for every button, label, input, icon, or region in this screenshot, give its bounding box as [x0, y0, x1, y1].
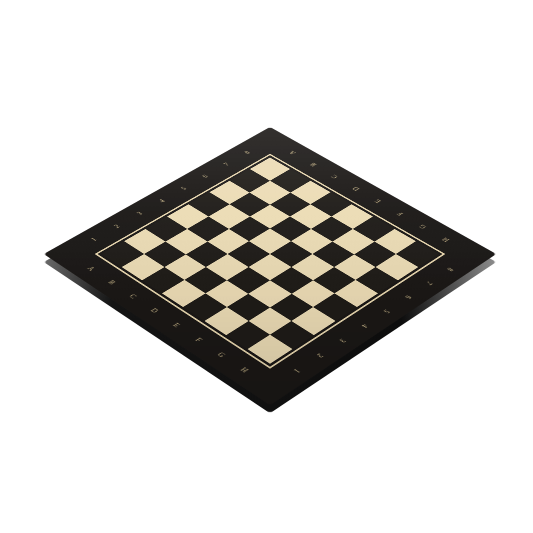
- rank-label-right-4: 4: [348, 315, 380, 335]
- rank-label-left-7: 7: [212, 156, 240, 173]
- board-face: ABCDEFGH ABCDEFGH 87654321 87654321: [44, 127, 497, 405]
- rank-label-right-7: 7: [413, 273, 445, 292]
- rank-label-left-6: 6: [191, 168, 220, 185]
- product-photo-scene: ABCDEFGH ABCDEFGH 87654321 87654321: [0, 0, 533, 533]
- file-label-near-h: H: [228, 360, 260, 381]
- chess-board: ABCDEFGH ABCDEFGH 87654321 87654321: [110, 94, 430, 414]
- rank-label-left-1: 1: [79, 230, 108, 248]
- rank-label-right-5: 5: [370, 301, 402, 321]
- file-label-far-h: H: [431, 230, 462, 248]
- rank-label-right-3: 3: [326, 330, 358, 351]
- rank-label-left-5: 5: [169, 180, 198, 197]
- rank-label-right-8: 8: [434, 260, 466, 279]
- rank-label-right-2: 2: [303, 345, 336, 366]
- playing-field: [95, 154, 446, 369]
- rank-label-right-1: 1: [280, 360, 313, 381]
- rank-label-right-6: 6: [392, 287, 424, 307]
- rank-label-left-8: 8: [233, 144, 261, 160]
- rank-label-left-4: 4: [147, 192, 176, 209]
- rank-label-left-3: 3: [125, 205, 154, 223]
- rank-label-left-2: 2: [102, 217, 131, 235]
